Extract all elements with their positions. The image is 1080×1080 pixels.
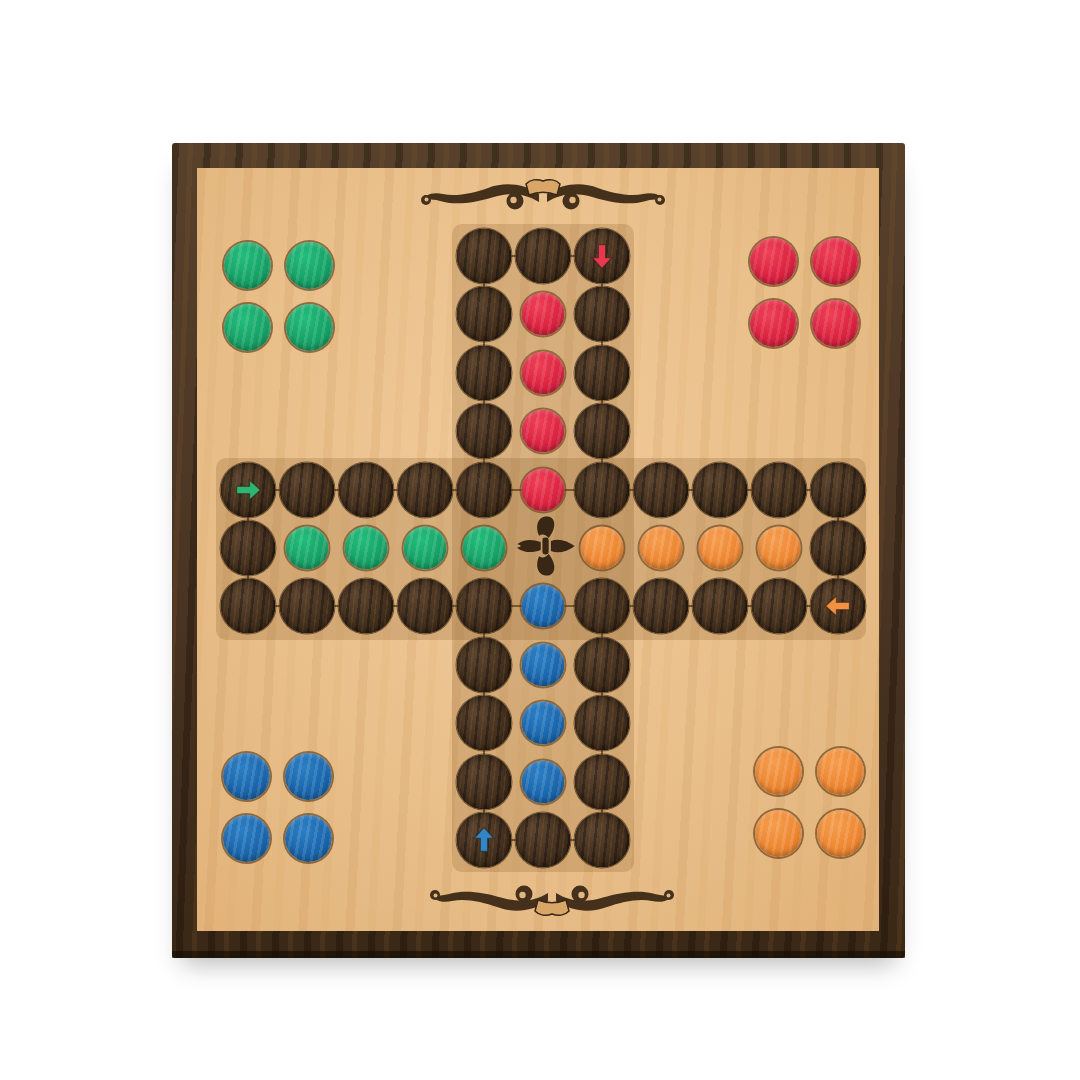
cell-r10c5[interactable] — [457, 755, 512, 810]
home-circle-red-4[interactable] — [812, 300, 859, 347]
green-start-arrow-icon — [235, 477, 262, 504]
center-fleur-de-lis-icon — [509, 512, 577, 584]
cell-r4c5[interactable] — [457, 404, 512, 459]
cell-r7c4[interactable] — [398, 579, 453, 634]
home-circle-green-2[interactable] — [286, 242, 333, 289]
cell-r5c6[interactable] — [522, 469, 565, 512]
cell-r5c8[interactable] — [634, 463, 689, 518]
cell-r5c1[interactable] — [221, 463, 276, 518]
cell-r2c5[interactable] — [457, 287, 512, 342]
orange-start-arrow-icon — [825, 593, 852, 620]
cell-r1c7[interactable] — [575, 229, 630, 284]
cell-r5c9[interactable] — [693, 463, 748, 518]
cell-r5c10[interactable] — [752, 463, 807, 518]
cell-r5c5[interactable] — [457, 463, 512, 518]
cell-r7c9[interactable] — [693, 579, 748, 634]
cell-r1c6[interactable] — [516, 229, 571, 284]
cell-r7c10[interactable] — [752, 579, 807, 634]
bottom-flourish-ornament — [427, 874, 677, 918]
scene — [0, 0, 1080, 1080]
home-circle-green-1[interactable] — [224, 242, 271, 289]
cell-r6c11[interactable] — [811, 521, 866, 576]
top-flourish-ornament — [418, 177, 668, 221]
cell-r11c6[interactable] — [516, 813, 571, 868]
cell-r10c6[interactable] — [522, 761, 565, 804]
home-bottom-right — [755, 748, 864, 857]
home-circle-green-4[interactable] — [286, 304, 333, 351]
cell-r5c2[interactable] — [280, 463, 335, 518]
cell-r7c6[interactable] — [522, 585, 565, 628]
cell-r8c6[interactable] — [522, 644, 565, 687]
cell-r1c5[interactable] — [457, 229, 512, 284]
cell-r6c4[interactable] — [404, 527, 447, 570]
cell-r7c7[interactable] — [575, 579, 630, 634]
home-circle-orange-2[interactable] — [817, 748, 864, 795]
cell-r5c7[interactable] — [575, 463, 630, 518]
cell-r3c7[interactable] — [575, 346, 630, 401]
cell-r7c11[interactable] — [811, 579, 866, 634]
cell-r6c2[interactable] — [286, 527, 329, 570]
cell-r5c4[interactable] — [398, 463, 453, 518]
cell-r3c5[interactable] — [457, 346, 512, 401]
cell-r4c7[interactable] — [575, 404, 630, 459]
home-circle-red-3[interactable] — [750, 300, 797, 347]
cell-r10c7[interactable] — [575, 755, 630, 810]
cell-r9c5[interactable] — [457, 696, 512, 751]
cell-r6c1[interactable] — [221, 521, 276, 576]
cell-r6c10[interactable] — [758, 527, 801, 570]
home-circle-orange-3[interactable] — [755, 810, 802, 857]
cell-r5c3[interactable] — [339, 463, 394, 518]
cell-r11c5[interactable] — [457, 813, 512, 868]
cell-r8c5[interactable] — [457, 638, 512, 693]
cell-r11c7[interactable] — [575, 813, 630, 868]
cell-r9c7[interactable] — [575, 696, 630, 751]
cell-r7c1[interactable] — [221, 579, 276, 634]
cell-r6c8[interactable] — [640, 527, 683, 570]
cell-r8c7[interactable] — [575, 638, 630, 693]
cell-r5c11[interactable] — [811, 463, 866, 518]
home-circle-blue-4[interactable] — [285, 815, 332, 862]
cell-r2c6[interactable] — [522, 293, 565, 336]
home-top-right — [750, 238, 859, 347]
cell-r6c3[interactable] — [345, 527, 388, 570]
cell-r2c7[interactable] — [575, 287, 630, 342]
blue-start-arrow-icon — [471, 827, 498, 854]
home-top-left — [224, 242, 333, 351]
home-circle-red-1[interactable] — [750, 238, 797, 285]
cell-r3c6[interactable] — [522, 352, 565, 395]
home-circle-red-2[interactable] — [812, 238, 859, 285]
cell-r7c2[interactable] — [280, 579, 335, 634]
home-circle-orange-4[interactable] — [817, 810, 864, 857]
cell-r7c5[interactable] — [457, 579, 512, 634]
cell-r9c6[interactable] — [522, 702, 565, 745]
cell-r7c3[interactable] — [339, 579, 394, 634]
home-circle-green-3[interactable] — [224, 304, 271, 351]
cell-r6c7[interactable] — [581, 527, 624, 570]
home-circle-orange-1[interactable] — [755, 748, 802, 795]
cell-r6c5[interactable] — [463, 527, 506, 570]
home-circle-blue-1[interactable] — [223, 753, 270, 800]
cell-r6c9[interactable] — [699, 527, 742, 570]
home-circle-blue-2[interactable] — [285, 753, 332, 800]
red-start-arrow-icon — [589, 243, 616, 270]
cell-r4c6[interactable] — [522, 410, 565, 453]
home-circle-blue-3[interactable] — [223, 815, 270, 862]
cell-r7c8[interactable] — [634, 579, 689, 634]
home-bottom-left — [223, 753, 332, 862]
